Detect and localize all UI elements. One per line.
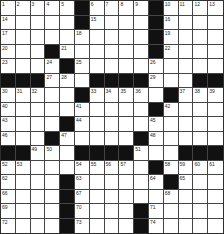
cell-5-13[interactable]: [179, 59, 194, 74]
cell-2-12[interactable]: 16: [164, 16, 179, 31]
cell-7-9[interactable]: 35: [119, 88, 134, 103]
cell-16-15[interactable]: [208, 219, 223, 234]
cell-7-2[interactable]: 31: [16, 88, 31, 103]
black-cell-13-12: [164, 175, 179, 190]
cell-8-6[interactable]: 41: [75, 103, 90, 118]
cell-5-2[interactable]: [16, 59, 31, 74]
clue-number-38: 38: [194, 88, 200, 94]
cell-13-13[interactable]: 65: [179, 175, 194, 190]
cell-3-4[interactable]: [45, 30, 60, 45]
cell-14-11[interactable]: [149, 190, 164, 205]
cell-4-14[interactable]: [193, 45, 208, 60]
cell-8-3[interactable]: [31, 103, 46, 118]
cell-2-4[interactable]: [45, 16, 60, 31]
cell-1-13[interactable]: 11: [179, 1, 194, 16]
cell-16-2[interactable]: [16, 219, 31, 234]
black-cell-1-11: [149, 1, 164, 16]
cell-5-8[interactable]: [105, 59, 120, 74]
cell-16-1[interactable]: 72: [1, 219, 16, 234]
cell-3-12[interactable]: 19: [164, 30, 179, 45]
cell-12-14[interactable]: 60: [193, 161, 208, 176]
cell-3-1[interactable]: 17: [1, 30, 16, 45]
cell-12-12[interactable]: 58: [164, 161, 179, 176]
cell-15-6[interactable]: 70: [75, 204, 90, 219]
black-cell-7-6: [75, 88, 90, 103]
cell-13-4[interactable]: [45, 175, 60, 190]
cell-13-2[interactable]: [16, 175, 31, 190]
clue-number-11: 11: [180, 1, 185, 7]
cell-13-8[interactable]: [105, 175, 120, 190]
black-cell-2-6: [75, 16, 90, 31]
black-cell-14-5: [60, 190, 75, 205]
clue-number-7: 7: [106, 1, 109, 7]
cell-5-11[interactable]: 26: [149, 59, 164, 74]
cell-10-14[interactable]: [193, 132, 208, 147]
cell-2-2[interactable]: [16, 16, 31, 31]
cell-10-6[interactable]: [75, 132, 90, 147]
cell-3-15[interactable]: [208, 30, 223, 45]
cell-3-2[interactable]: [16, 30, 31, 45]
clue-number-35: 35: [120, 88, 126, 94]
clue-number-63: 63: [76, 175, 82, 181]
clue-number-41: 41: [76, 103, 82, 109]
cell-3-14[interactable]: [193, 30, 208, 45]
cell-14-13[interactable]: [179, 190, 194, 205]
cell-16-8[interactable]: [105, 219, 120, 234]
cell-3-10[interactable]: [134, 30, 149, 45]
cell-10-11[interactable]: 48: [149, 132, 164, 147]
cell-15-3[interactable]: [31, 204, 46, 219]
clue-number-40: 40: [2, 103, 8, 109]
cell-7-1[interactable]: 30: [1, 88, 16, 103]
clue-number-57: 57: [120, 161, 126, 167]
cell-8-5[interactable]: [60, 103, 75, 118]
cell-6-13[interactable]: [179, 74, 194, 89]
cell-1-15[interactable]: 13: [208, 1, 223, 16]
clue-number-45: 45: [150, 117, 156, 123]
cell-11-4[interactable]: 50: [45, 146, 60, 161]
clue-number-13: 13: [209, 1, 215, 7]
cell-1-14[interactable]: 12: [193, 1, 208, 16]
cell-12-2[interactable]: 53: [16, 161, 31, 176]
cell-7-4[interactable]: [45, 88, 60, 103]
clue-number-3: 3: [32, 1, 35, 7]
cell-3-13[interactable]: [179, 30, 194, 45]
cell-9-10[interactable]: [134, 117, 149, 132]
cell-10-5[interactable]: 47: [60, 132, 75, 147]
cell-10-15[interactable]: [208, 132, 223, 147]
cell-4-2[interactable]: [16, 45, 31, 60]
black-cell-11-13: [179, 146, 194, 161]
black-cell-3-11: [149, 30, 164, 45]
cell-1-5[interactable]: 5: [60, 1, 75, 16]
black-cell-13-5: [60, 175, 75, 190]
cell-13-3[interactable]: [31, 175, 46, 190]
cell-15-9[interactable]: [119, 204, 134, 219]
cell-9-8[interactable]: [105, 117, 120, 132]
cell-13-1[interactable]: 62: [1, 175, 16, 190]
clue-number-16: 16: [165, 16, 171, 22]
cell-14-6[interactable]: 67: [75, 190, 90, 205]
cell-5-12[interactable]: [164, 59, 179, 74]
cell-13-14[interactable]: [193, 175, 208, 190]
black-cell-4-11: [149, 45, 164, 60]
clue-number-27: 27: [46, 74, 52, 80]
clue-number-33: 33: [91, 88, 97, 94]
cell-2-10[interactable]: [134, 16, 149, 31]
cell-1-12[interactable]: 10: [164, 1, 179, 16]
black-cell-11-7: [90, 146, 105, 161]
cell-4-3[interactable]: [31, 45, 46, 60]
cell-1-7[interactable]: 6: [90, 1, 105, 16]
cell-6-4[interactable]: 27: [45, 74, 60, 89]
black-cell-15-5: [60, 204, 75, 219]
cell-5-7[interactable]: [90, 59, 105, 74]
clue-number-24: 24: [46, 59, 52, 65]
cell-15-14[interactable]: [193, 204, 208, 219]
clue-number-59: 59: [180, 161, 186, 167]
cell-1-10[interactable]: 9: [134, 1, 149, 16]
black-cell-12-11: [149, 161, 164, 176]
cell-13-6[interactable]: 63: [75, 175, 90, 190]
cell-9-2[interactable]: [16, 117, 31, 132]
clue-number-65: 65: [180, 175, 186, 181]
clue-number-68: 68: [165, 190, 171, 196]
cell-7-14[interactable]: 38: [193, 88, 208, 103]
cell-5-1[interactable]: 23: [1, 59, 16, 74]
cell-10-8[interactable]: [105, 132, 120, 147]
cell-15-12[interactable]: [164, 204, 179, 219]
clue-number-20: 20: [2, 45, 8, 51]
cell-12-1[interactable]: 52: [1, 161, 16, 176]
black-cell-2-11: [149, 16, 164, 31]
black-cell-11-1: [1, 146, 16, 161]
black-cell-6-9: [119, 74, 134, 89]
cell-14-10[interactable]: [134, 190, 149, 205]
cell-3-3[interactable]: [31, 30, 46, 45]
cell-11-11[interactable]: [149, 146, 164, 161]
clue-number-2: 2: [17, 1, 20, 7]
black-cell-11-15: [208, 146, 223, 161]
clue-number-4: 4: [46, 1, 49, 7]
cell-6-12[interactable]: [164, 74, 179, 89]
cell-1-2[interactable]: 2: [16, 1, 31, 16]
cell-16-3[interactable]: [31, 219, 46, 234]
cell-3-7[interactable]: [90, 30, 105, 45]
clue-number-42: 42: [165, 103, 171, 109]
cell-1-1[interactable]: 1: [1, 1, 16, 16]
cell-14-9[interactable]: [119, 190, 134, 205]
clue-number-52: 52: [2, 161, 8, 167]
cell-5-15[interactable]: [208, 59, 223, 74]
cell-8-1[interactable]: 40: [1, 103, 16, 118]
cell-10-2[interactable]: [16, 132, 31, 147]
cell-6-6[interactable]: [75, 74, 90, 89]
clue-number-17: 17: [2, 30, 8, 36]
cell-15-1[interactable]: 69: [1, 204, 16, 219]
cell-1-3[interactable]: 3: [31, 1, 46, 16]
cell-8-7[interactable]: [90, 103, 105, 118]
cell-16-7[interactable]: [90, 219, 105, 234]
cell-7-10[interactable]: 36: [134, 88, 149, 103]
clue-number-39: 39: [209, 88, 215, 94]
clue-number-51: 51: [135, 146, 141, 152]
black-cell-6-3: [31, 74, 46, 89]
cell-2-15[interactable]: [208, 16, 223, 31]
cell-5-3[interactable]: [31, 59, 46, 74]
cell-14-14[interactable]: [193, 190, 208, 205]
clue-number-5: 5: [61, 1, 64, 7]
cell-8-14[interactable]: [193, 103, 208, 118]
black-cell-9-5: [60, 117, 75, 132]
cell-11-12[interactable]: [164, 146, 179, 161]
cell-15-7[interactable]: [90, 204, 105, 219]
cell-5-14[interactable]: [193, 59, 208, 74]
clue-number-1: 1: [2, 1, 5, 7]
clue-number-49: 49: [32, 146, 38, 152]
cell-9-3[interactable]: [31, 117, 46, 132]
cell-4-1[interactable]: 20: [1, 45, 16, 60]
cell-1-9[interactable]: 8: [119, 1, 134, 16]
clue-number-37: 37: [180, 88, 186, 94]
cell-10-3[interactable]: [31, 132, 46, 147]
cell-7-3[interactable]: 32: [31, 88, 46, 103]
cell-14-8[interactable]: [105, 190, 120, 205]
cell-9-1[interactable]: 43: [1, 117, 16, 132]
clue-number-54: 54: [76, 161, 82, 167]
clue-number-30: 30: [2, 88, 8, 94]
cell-14-4[interactable]: [45, 190, 60, 205]
cell-13-7[interactable]: [90, 175, 105, 190]
black-cell-6-1: [1, 74, 16, 89]
cell-1-8[interactable]: 7: [105, 1, 120, 16]
clue-number-66: 66: [2, 190, 8, 196]
cell-7-8[interactable]: 34: [105, 88, 120, 103]
cell-3-5[interactable]: [60, 30, 75, 45]
cell-8-4[interactable]: [45, 103, 60, 118]
black-cell-10-10: [134, 132, 149, 147]
cell-9-4[interactable]: [45, 117, 60, 132]
cell-13-11[interactable]: 64: [149, 175, 164, 190]
cell-8-9[interactable]: [119, 103, 134, 118]
clue-number-53: 53: [17, 161, 23, 167]
cell-10-9[interactable]: [119, 132, 134, 147]
black-cell-8-11: [149, 103, 164, 118]
cell-14-15[interactable]: [208, 190, 223, 205]
cell-9-15[interactable]: [208, 117, 223, 132]
cell-16-13[interactable]: [179, 219, 194, 234]
cell-5-4[interactable]: 24: [45, 59, 60, 74]
black-cell-5-5: [60, 59, 75, 74]
cell-12-13[interactable]: 59: [179, 161, 194, 176]
cell-4-10[interactable]: [134, 45, 149, 60]
black-cell-15-10: [134, 204, 149, 219]
cell-8-2[interactable]: [16, 103, 31, 118]
cell-4-8[interactable]: [105, 45, 120, 60]
black-cell-1-6: [75, 1, 90, 16]
cell-14-1[interactable]: 66: [1, 190, 16, 205]
clue-number-31: 31: [17, 88, 23, 94]
cell-2-3[interactable]: [31, 16, 46, 31]
black-cell-11-9: [119, 146, 134, 161]
cell-4-6[interactable]: [75, 45, 90, 60]
cell-2-7[interactable]: 15: [90, 16, 105, 31]
cell-4-13[interactable]: [179, 45, 194, 60]
cell-5-10[interactable]: [134, 59, 149, 74]
cell-2-13[interactable]: [179, 16, 194, 31]
cell-16-4[interactable]: [45, 219, 60, 234]
clue-number-72: 72: [2, 219, 8, 225]
cell-9-6[interactable]: 44: [75, 117, 90, 132]
clue-number-70: 70: [76, 204, 82, 210]
cell-10-13[interactable]: [179, 132, 194, 147]
cell-3-8[interactable]: [105, 30, 120, 45]
clue-number-23: 23: [2, 59, 8, 65]
black-cell-11-14: [193, 146, 208, 161]
cell-11-5[interactable]: [60, 146, 75, 161]
clue-number-48: 48: [150, 132, 156, 138]
cell-7-11[interactable]: [149, 88, 164, 103]
cell-13-9[interactable]: [119, 175, 134, 190]
cell-4-5[interactable]: 21: [60, 45, 75, 60]
cell-15-2[interactable]: [16, 204, 31, 219]
clue-number-64: 64: [150, 175, 156, 181]
cell-12-5[interactable]: [60, 161, 75, 176]
clue-number-22: 22: [165, 45, 171, 51]
cell-6-11[interactable]: 29: [149, 74, 164, 89]
cell-16-12[interactable]: [164, 219, 179, 234]
cell-3-6[interactable]: 18: [75, 30, 90, 45]
cell-12-8[interactable]: 56: [105, 161, 120, 176]
black-cell-16-10: [134, 219, 149, 234]
cell-9-12[interactable]: [164, 117, 179, 132]
black-cell-7-12: [164, 88, 179, 103]
black-cell-6-15: [208, 74, 223, 89]
cell-9-7[interactable]: [90, 117, 105, 132]
cell-8-13[interactable]: [179, 103, 194, 118]
cell-2-1[interactable]: 14: [1, 16, 16, 31]
cell-15-13[interactable]: [179, 204, 194, 219]
cell-7-5[interactable]: [60, 88, 75, 103]
cell-15-11[interactable]: 71: [149, 204, 164, 219]
cell-4-15[interactable]: [208, 45, 223, 60]
clue-number-9: 9: [135, 1, 138, 7]
cell-4-7[interactable]: [90, 45, 105, 60]
clue-number-44: 44: [76, 117, 82, 123]
cell-3-9[interactable]: [119, 30, 134, 45]
clue-number-58: 58: [165, 161, 171, 167]
black-cell-6-8: [105, 74, 120, 89]
clue-number-19: 19: [165, 30, 171, 36]
clue-number-32: 32: [32, 88, 38, 94]
clue-number-8: 8: [120, 1, 123, 7]
cell-7-7[interactable]: 33: [90, 88, 105, 103]
black-cell-11-6: [75, 146, 90, 161]
cell-12-6[interactable]: 54: [75, 161, 90, 176]
black-cell-10-4: [45, 132, 60, 147]
clue-number-29: 29: [150, 74, 156, 80]
cell-8-10[interactable]: [134, 103, 149, 118]
cell-12-4[interactable]: [45, 161, 60, 176]
cell-9-14[interactable]: [193, 117, 208, 132]
cell-7-15[interactable]: 39: [208, 88, 223, 103]
cell-2-9[interactable]: [119, 16, 134, 31]
clue-number-50: 50: [46, 146, 52, 152]
cell-14-2[interactable]: [16, 190, 31, 205]
cell-8-12[interactable]: 42: [164, 103, 179, 118]
cell-10-12[interactable]: [164, 132, 179, 147]
cell-9-9[interactable]: [119, 117, 134, 132]
clue-number-47: 47: [61, 132, 67, 138]
cell-15-4[interactable]: [45, 204, 60, 219]
cell-12-7[interactable]: 55: [90, 161, 105, 176]
cell-6-5[interactable]: 28: [60, 74, 75, 89]
clue-number-62: 62: [2, 175, 8, 181]
clue-number-36: 36: [135, 88, 141, 94]
clue-number-6: 6: [91, 1, 94, 7]
cell-10-7[interactable]: [90, 132, 105, 147]
cell-9-13[interactable]: [179, 117, 194, 132]
cell-12-9[interactable]: 57: [119, 161, 134, 176]
cell-8-8[interactable]: [105, 103, 120, 118]
cell-12-10[interactable]: [134, 161, 149, 176]
cell-13-15[interactable]: [208, 175, 223, 190]
cell-11-10[interactable]: 51: [134, 146, 149, 161]
cell-14-7[interactable]: [90, 190, 105, 205]
black-cell-6-7: [90, 74, 105, 89]
cell-16-9[interactable]: [119, 219, 134, 234]
cell-2-5[interactable]: [60, 16, 75, 31]
cell-15-15[interactable]: [208, 204, 223, 219]
cell-8-15[interactable]: [208, 103, 223, 118]
cell-12-3[interactable]: [31, 161, 46, 176]
cell-4-9[interactable]: [119, 45, 134, 60]
clue-number-74: 74: [150, 219, 156, 225]
clue-number-46: 46: [2, 132, 8, 138]
cell-16-6[interactable]: 73: [75, 219, 90, 234]
black-cell-11-8: [105, 146, 120, 161]
cell-5-9[interactable]: [119, 59, 134, 74]
cell-10-1[interactable]: 46: [1, 132, 16, 147]
cell-12-15[interactable]: 61: [208, 161, 223, 176]
clue-number-25: 25: [76, 59, 82, 65]
clue-number-14: 14: [2, 16, 8, 22]
clue-number-21: 21: [61, 45, 67, 51]
clue-number-18: 18: [76, 30, 82, 36]
cell-9-11[interactable]: 45: [149, 117, 164, 132]
cell-11-3[interactable]: 49: [31, 146, 46, 161]
clue-number-34: 34: [106, 88, 112, 94]
cell-13-10[interactable]: [134, 175, 149, 190]
cell-16-11[interactable]: 74: [149, 219, 164, 234]
crossword-puzzle: 1234567891011121314151617181920212223242…: [0, 0, 224, 234]
cell-14-3[interactable]: [31, 190, 46, 205]
cell-7-13[interactable]: 37: [179, 88, 194, 103]
cell-16-14[interactable]: [193, 219, 208, 234]
cell-2-14[interactable]: [193, 16, 208, 31]
cell-2-8[interactable]: [105, 16, 120, 31]
black-cell-6-2: [16, 74, 31, 89]
cell-4-12[interactable]: 22: [164, 45, 179, 60]
clue-number-61: 61: [209, 161, 215, 167]
cell-15-8[interactable]: [105, 204, 120, 219]
cell-1-4[interactable]: 4: [45, 1, 60, 16]
cell-14-12[interactable]: 68: [164, 190, 179, 205]
clue-number-15: 15: [91, 16, 97, 22]
cell-5-6[interactable]: 25: [75, 59, 90, 74]
black-cell-6-14: [193, 74, 208, 89]
crossword-grid: 1234567891011121314151617181920212223242…: [0, 0, 224, 234]
